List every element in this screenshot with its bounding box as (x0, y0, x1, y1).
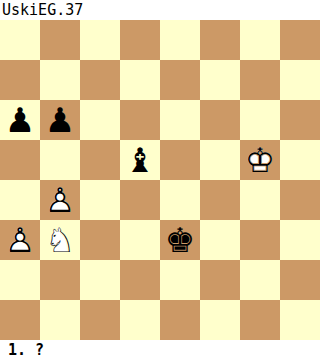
square-d3[interactable] (120, 220, 160, 260)
black-pawn: ♟ (40, 100, 80, 140)
square-h1[interactable] (280, 300, 320, 340)
square-g5[interactable]: ♚♔ (240, 140, 280, 180)
square-e4[interactable] (160, 180, 200, 220)
square-e7[interactable] (160, 60, 200, 100)
square-b1[interactable] (40, 300, 80, 340)
square-g3[interactable] (240, 220, 280, 260)
square-a3[interactable]: ♟♙ (0, 220, 40, 260)
black-king: ♚ (160, 220, 200, 260)
square-c5[interactable] (80, 140, 120, 180)
square-f7[interactable] (200, 60, 240, 100)
square-b8[interactable] (40, 20, 80, 60)
square-g1[interactable] (240, 300, 280, 340)
white-pawn: ♙ (0, 220, 40, 260)
diagram-title: UskiEG.37 (0, 0, 83, 20)
square-d1[interactable] (120, 300, 160, 340)
square-d6[interactable] (120, 100, 160, 140)
square-a7[interactable] (0, 60, 40, 100)
square-g8[interactable] (240, 20, 280, 60)
white-pawn: ♙ (40, 180, 80, 220)
square-c7[interactable] (80, 60, 120, 100)
square-d7[interactable] (120, 60, 160, 100)
square-a1[interactable] (0, 300, 40, 340)
square-h5[interactable] (280, 140, 320, 180)
square-a8[interactable] (0, 20, 40, 60)
square-h2[interactable] (280, 260, 320, 300)
white-king: ♔ (240, 140, 280, 180)
square-e8[interactable] (160, 20, 200, 60)
square-f8[interactable] (200, 20, 240, 60)
square-a6[interactable]: ♟ (0, 100, 40, 140)
square-c4[interactable] (80, 180, 120, 220)
square-e3[interactable]: ♚ (160, 220, 200, 260)
square-a5[interactable] (0, 140, 40, 180)
square-h6[interactable] (280, 100, 320, 140)
square-e2[interactable] (160, 260, 200, 300)
square-d4[interactable] (120, 180, 160, 220)
white-knight: ♘ (40, 220, 80, 260)
diagram-footer: 1. ? (0, 340, 320, 360)
square-g7[interactable] (240, 60, 280, 100)
black-bishop: ♝ (120, 140, 160, 180)
square-c2[interactable] (80, 260, 120, 300)
square-e5[interactable] (160, 140, 200, 180)
square-e1[interactable] (160, 300, 200, 340)
square-g4[interactable] (240, 180, 280, 220)
square-b4[interactable]: ♟♙ (40, 180, 80, 220)
square-b3[interactable]: ♞♘ (40, 220, 80, 260)
square-f1[interactable] (200, 300, 240, 340)
square-a2[interactable] (0, 260, 40, 300)
square-g2[interactable] (240, 260, 280, 300)
diagram-header: UskiEG.37 (0, 0, 320, 20)
square-d8[interactable] (120, 20, 160, 60)
square-e6[interactable] (160, 100, 200, 140)
move-prompt: 1. ? (0, 340, 44, 360)
square-c8[interactable] (80, 20, 120, 60)
square-f3[interactable] (200, 220, 240, 260)
square-c3[interactable] (80, 220, 120, 260)
square-f4[interactable] (200, 180, 240, 220)
square-a4[interactable] (0, 180, 40, 220)
square-g6[interactable] (240, 100, 280, 140)
chess-board: ♟♟♝♚♔♟♙♟♙♞♘♚ (0, 20, 320, 340)
square-b6[interactable]: ♟ (40, 100, 80, 140)
square-h4[interactable] (280, 180, 320, 220)
square-f6[interactable] (200, 100, 240, 140)
square-h7[interactable] (280, 60, 320, 100)
square-f5[interactable] (200, 140, 240, 180)
square-h3[interactable] (280, 220, 320, 260)
square-d5[interactable]: ♝ (120, 140, 160, 180)
chess-diagram-window: UskiEG.37 ♟♟♝♚♔♟♙♟♙♞♘♚ 1. ? (0, 0, 320, 360)
square-d2[interactable] (120, 260, 160, 300)
black-pawn: ♟ (0, 100, 40, 140)
square-c6[interactable] (80, 100, 120, 140)
square-b7[interactable] (40, 60, 80, 100)
square-f2[interactable] (200, 260, 240, 300)
square-b5[interactable] (40, 140, 80, 180)
square-c1[interactable] (80, 300, 120, 340)
square-h8[interactable] (280, 20, 320, 60)
square-b2[interactable] (40, 260, 80, 300)
